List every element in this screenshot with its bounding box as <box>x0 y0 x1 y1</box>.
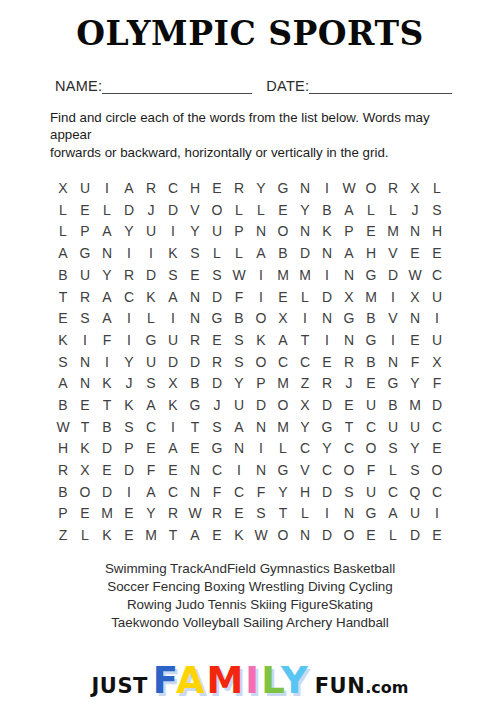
grid-cell[interactable]: D <box>206 372 228 394</box>
grid-cell[interactable]: E <box>228 503 250 525</box>
grid-cell[interactable]: V <box>294 459 316 481</box>
grid-cell[interactable]: E <box>162 459 184 481</box>
grid-cell[interactable]: I <box>228 459 250 481</box>
grid-cell[interactable]: E <box>74 503 96 525</box>
grid-cell[interactable]: W <box>228 264 250 286</box>
grid-cell[interactable]: I <box>316 329 338 351</box>
grid-cell[interactable]: N <box>74 372 96 394</box>
grid-cell[interactable]: A <box>96 286 118 308</box>
grid-cell[interactable]: L <box>228 199 250 221</box>
grid-cell[interactable]: P <box>74 221 96 243</box>
grid-cell[interactable]: N <box>184 459 206 481</box>
grid-cell[interactable]: A <box>184 524 206 546</box>
grid-cell[interactable]: C <box>294 351 316 373</box>
grid-cell[interactable]: N <box>294 221 316 243</box>
grid-cell[interactable]: P <box>338 221 360 243</box>
grid-cell[interactable]: I <box>118 481 140 503</box>
grid-cell[interactable]: W <box>250 524 272 546</box>
grid-cell[interactable]: D <box>250 394 272 416</box>
grid-cell[interactable]: J <box>338 372 360 394</box>
grid-cell[interactable]: I <box>118 242 140 264</box>
grid-cell[interactable]: N <box>74 351 96 373</box>
grid-cell[interactable]: U <box>404 416 426 438</box>
grid-cell[interactable]: J <box>140 199 162 221</box>
grid-cell[interactable]: U <box>360 394 382 416</box>
grid-cell[interactable]: G <box>272 459 294 481</box>
grid-cell[interactable]: M <box>96 503 118 525</box>
grid-cell[interactable]: D <box>96 437 118 459</box>
grid-cell[interactable]: L <box>294 286 316 308</box>
grid-cell[interactable]: F <box>206 481 228 503</box>
grid-cell[interactable]: R <box>382 177 404 199</box>
grid-cell[interactable]: Y <box>118 221 140 243</box>
grid-cell[interactable]: C <box>162 481 184 503</box>
grid-cell[interactable]: D <box>426 394 448 416</box>
grid-cell[interactable]: E <box>426 524 448 546</box>
grid-cell[interactable]: Y <box>404 372 426 394</box>
grid-cell[interactable]: I <box>382 329 404 351</box>
grid-cell[interactable]: Y <box>250 177 272 199</box>
grid-cell[interactable]: I <box>294 307 316 329</box>
grid-cell[interactable]: R <box>228 177 250 199</box>
grid-cell[interactable]: D <box>162 351 184 373</box>
grid-cell[interactable]: I <box>316 503 338 525</box>
grid-cell[interactable]: U <box>426 286 448 308</box>
grid-cell[interactable]: E <box>140 437 162 459</box>
grid-cell[interactable]: E <box>404 329 426 351</box>
grid-cell[interactable]: F <box>96 329 118 351</box>
grid-cell[interactable]: A <box>96 221 118 243</box>
grid-cell[interactable]: C <box>140 416 162 438</box>
grid-cell[interactable]: X <box>404 177 426 199</box>
grid-cell[interactable]: N <box>338 329 360 351</box>
grid-cell[interactable]: G <box>184 394 206 416</box>
grid-cell[interactable]: C <box>360 416 382 438</box>
grid-cell[interactable]: M <box>404 394 426 416</box>
grid-cell[interactable]: T <box>74 416 96 438</box>
grid-cell[interactable]: X <box>272 307 294 329</box>
grid-cell[interactable]: I <box>250 286 272 308</box>
grid-cell[interactable]: S <box>74 307 96 329</box>
grid-cell[interactable]: L <box>360 199 382 221</box>
grid-cell[interactable]: L <box>294 503 316 525</box>
grid-cell[interactable]: C <box>316 459 338 481</box>
grid-cell[interactable]: K <box>96 524 118 546</box>
grid-cell[interactable]: N <box>316 307 338 329</box>
grid-cell[interactable]: I <box>118 307 140 329</box>
grid-cell[interactable]: O <box>360 437 382 459</box>
grid-cell[interactable]: E <box>206 329 228 351</box>
grid-cell[interactable]: A <box>52 372 74 394</box>
grid-cell[interactable]: U <box>206 221 228 243</box>
grid-cell[interactable]: D <box>316 524 338 546</box>
grid-cell[interactable]: S <box>382 437 404 459</box>
grid-cell[interactable]: Y <box>272 481 294 503</box>
grid-cell[interactable]: I <box>382 286 404 308</box>
grid-cell[interactable]: D <box>316 286 338 308</box>
grid-cell[interactable]: U <box>140 221 162 243</box>
grid-cell[interactable]: O <box>360 177 382 199</box>
grid-cell[interactable]: A <box>162 437 184 459</box>
grid-cell[interactable]: U <box>74 264 96 286</box>
grid-cell[interactable]: B <box>360 307 382 329</box>
grid-cell[interactable]: I <box>140 242 162 264</box>
grid-cell[interactable]: D <box>96 481 118 503</box>
grid-cell[interactable]: D <box>316 394 338 416</box>
grid-cell[interactable]: S <box>118 416 140 438</box>
grid-cell[interactable]: K <box>250 329 272 351</box>
grid-cell[interactable]: E <box>118 524 140 546</box>
grid-cell[interactable]: B <box>96 416 118 438</box>
grid-cell[interactable]: U <box>382 416 404 438</box>
grid-cell[interactable]: D <box>184 351 206 373</box>
grid-cell[interactable]: W <box>184 503 206 525</box>
grid-cell[interactable]: C <box>426 481 448 503</box>
grid-cell[interactable]: N <box>404 307 426 329</box>
grid-cell[interactable]: G <box>272 177 294 199</box>
grid-cell[interactable]: Z <box>52 524 74 546</box>
grid-cell[interactable]: A <box>338 242 360 264</box>
grid-cell[interactable]: K <box>140 286 162 308</box>
grid-cell[interactable]: N <box>294 177 316 199</box>
grid-cell[interactable]: V <box>382 242 404 264</box>
grid-cell[interactable]: R <box>118 264 140 286</box>
grid-cell[interactable]: W <box>338 177 360 199</box>
grid-cell[interactable]: I <box>96 177 118 199</box>
grid-cell[interactable]: K <box>74 437 96 459</box>
grid-cell[interactable]: E <box>74 199 96 221</box>
grid-cell[interactable]: J <box>404 199 426 221</box>
grid-cell[interactable]: J <box>206 394 228 416</box>
grid-cell[interactable]: F <box>404 351 426 373</box>
grid-cell[interactable]: Y <box>184 221 206 243</box>
grid-cell[interactable]: B <box>316 199 338 221</box>
grid-cell[interactable]: I <box>250 437 272 459</box>
grid-cell[interactable]: E <box>184 264 206 286</box>
grid-cell[interactable]: E <box>360 372 382 394</box>
grid-cell[interactable]: N <box>338 503 360 525</box>
grid-cell[interactable]: W <box>404 264 426 286</box>
grid-cell[interactable]: C <box>228 481 250 503</box>
grid-cell[interactable]: N <box>228 437 250 459</box>
grid-cell[interactable]: A <box>338 199 360 221</box>
grid-cell[interactable]: P <box>118 437 140 459</box>
grid-cell[interactable]: N <box>250 416 272 438</box>
grid-cell[interactable]: L <box>382 199 404 221</box>
grid-cell[interactable]: X <box>74 459 96 481</box>
grid-cell[interactable]: Y <box>316 437 338 459</box>
grid-cell[interactable]: R <box>52 459 74 481</box>
grid-cell[interactable]: L <box>382 459 404 481</box>
grid-cell[interactable]: S <box>404 459 426 481</box>
grid-cell[interactable]: X <box>338 286 360 308</box>
grid-cell[interactable]: M <box>382 221 404 243</box>
grid-cell[interactable]: N <box>382 351 404 373</box>
grid-cell[interactable]: N <box>96 242 118 264</box>
grid-cell[interactable]: B <box>272 242 294 264</box>
grid-cell[interactable]: I <box>118 329 140 351</box>
grid-cell[interactable]: E <box>360 221 382 243</box>
grid-cell[interactable]: N <box>294 524 316 546</box>
grid-cell[interactable]: G <box>360 264 382 286</box>
grid-cell[interactable]: C <box>426 264 448 286</box>
grid-cell[interactable]: U <box>404 503 426 525</box>
grid-cell[interactable]: P <box>250 372 272 394</box>
grid-cell[interactable]: X <box>294 394 316 416</box>
grid-cell[interactable]: N <box>250 221 272 243</box>
grid-cell[interactable]: G <box>382 372 404 394</box>
grid-cell[interactable]: E <box>206 524 228 546</box>
grid-cell[interactable]: H <box>184 177 206 199</box>
grid-cell[interactable]: U <box>74 177 96 199</box>
grid-cell[interactable]: D <box>316 481 338 503</box>
grid-cell[interactable]: X <box>404 286 426 308</box>
grid-cell[interactable]: H <box>426 221 448 243</box>
grid-cell[interactable]: T <box>96 394 118 416</box>
grid-cell[interactable]: R <box>140 177 162 199</box>
grid-cell[interactable]: G <box>360 329 382 351</box>
grid-cell[interactable]: V <box>382 307 404 329</box>
grid-cell[interactable]: E <box>426 437 448 459</box>
grid-cell[interactable]: F <box>250 481 272 503</box>
grid-cell[interactable]: E <box>272 199 294 221</box>
grid-cell[interactable]: I <box>426 503 448 525</box>
grid-cell[interactable]: P <box>228 221 250 243</box>
grid-cell[interactable]: W <box>52 416 74 438</box>
grid-cell[interactable]: O <box>272 394 294 416</box>
grid-cell[interactable]: G <box>360 503 382 525</box>
grid-cell[interactable]: O <box>338 459 360 481</box>
grid-cell[interactable]: S <box>250 503 272 525</box>
grid-cell[interactable]: H <box>52 437 74 459</box>
grid-cell[interactable]: D <box>404 524 426 546</box>
grid-cell[interactable]: Q <box>404 481 426 503</box>
grid-cell[interactable]: D <box>382 264 404 286</box>
grid-cell[interactable]: E <box>272 286 294 308</box>
grid-cell[interactable]: E <box>74 394 96 416</box>
grid-cell[interactable]: L <box>74 524 96 546</box>
grid-cell[interactable]: O <box>250 307 272 329</box>
grid-cell[interactable]: E <box>96 459 118 481</box>
grid-cell[interactable]: H <box>360 242 382 264</box>
grid-cell[interactable]: E <box>118 503 140 525</box>
grid-cell[interactable]: G <box>74 242 96 264</box>
grid-cell[interactable]: N <box>338 264 360 286</box>
grid-cell[interactable]: E <box>404 242 426 264</box>
grid-cell[interactable]: U <box>162 329 184 351</box>
grid-cell[interactable]: M <box>272 372 294 394</box>
grid-cell[interactable]: M <box>360 286 382 308</box>
grid-cell[interactable]: S <box>140 372 162 394</box>
grid-cell[interactable]: B <box>360 351 382 373</box>
grid-cell[interactable]: M <box>272 264 294 286</box>
grid-cell[interactable]: I <box>74 329 96 351</box>
grid-cell[interactable]: X <box>162 372 184 394</box>
grid-cell[interactable]: A <box>52 242 74 264</box>
grid-cell[interactable]: K <box>316 221 338 243</box>
grid-cell[interactable]: M <box>140 524 162 546</box>
grid-cell[interactable]: G <box>140 329 162 351</box>
grid-cell[interactable]: O <box>74 481 96 503</box>
grid-cell[interactable]: B <box>52 394 74 416</box>
grid-cell[interactable]: C <box>118 286 140 308</box>
grid-cell[interactable]: F <box>360 459 382 481</box>
grid-cell[interactable]: G <box>206 307 228 329</box>
grid-cell[interactable]: I <box>96 351 118 373</box>
grid-cell[interactable]: D <box>118 459 140 481</box>
grid-cell[interactable]: I <box>162 416 184 438</box>
grid-cell[interactable]: T <box>184 416 206 438</box>
grid-cell[interactable]: R <box>338 351 360 373</box>
grid-cell[interactable]: Y <box>96 264 118 286</box>
grid-cell[interactable]: K <box>162 394 184 416</box>
grid-cell[interactable]: H <box>294 481 316 503</box>
grid-cell[interactable]: R <box>316 372 338 394</box>
grid-cell[interactable]: C <box>272 351 294 373</box>
grid-cell[interactable]: R <box>184 329 206 351</box>
grid-cell[interactable]: R <box>162 503 184 525</box>
grid-cell[interactable]: X <box>52 177 74 199</box>
grid-cell[interactable]: K <box>118 394 140 416</box>
grid-cell[interactable]: G <box>338 307 360 329</box>
grid-cell[interactable]: B <box>382 394 404 416</box>
grid-cell[interactable]: F <box>426 372 448 394</box>
grid-cell[interactable]: I <box>316 264 338 286</box>
grid-cell[interactable]: L <box>52 221 74 243</box>
grid-cell[interactable]: S <box>206 264 228 286</box>
grid-cell[interactable]: Y <box>228 372 250 394</box>
grid-cell[interactable]: S <box>228 329 250 351</box>
grid-cell[interactable]: E <box>206 177 228 199</box>
grid-cell[interactable]: C <box>294 437 316 459</box>
grid-cell[interactable]: R <box>206 351 228 373</box>
grid-cell[interactable]: F <box>228 286 250 308</box>
grid-cell[interactable]: K <box>162 242 184 264</box>
grid-cell[interactable]: N <box>316 242 338 264</box>
grid-cell[interactable]: A <box>250 242 272 264</box>
grid-cell[interactable]: E <box>52 307 74 329</box>
grid-cell[interactable]: O <box>272 524 294 546</box>
grid-cell[interactable]: L <box>140 307 162 329</box>
grid-cell[interactable]: U <box>426 329 448 351</box>
grid-cell[interactable]: R <box>206 503 228 525</box>
grid-cell[interactable]: U <box>140 351 162 373</box>
grid-cell[interactable]: O <box>272 221 294 243</box>
grid-cell[interactable]: D <box>118 199 140 221</box>
grid-cell[interactable]: A <box>228 416 250 438</box>
grid-cell[interactable]: G <box>206 437 228 459</box>
grid-cell[interactable]: J <box>118 372 140 394</box>
grid-cell[interactable]: T <box>52 286 74 308</box>
grid-cell[interactable]: I <box>162 221 184 243</box>
grid-cell[interactable]: M <box>294 264 316 286</box>
grid-cell[interactable]: E <box>316 351 338 373</box>
grid-cell[interactable]: Y <box>294 416 316 438</box>
grid-cell[interactable]: N <box>404 221 426 243</box>
grid-cell[interactable]: B <box>52 264 74 286</box>
grid-cell[interactable]: E <box>360 524 382 546</box>
grid-cell[interactable]: N <box>184 286 206 308</box>
grid-cell[interactable]: D <box>162 199 184 221</box>
grid-cell[interactable]: T <box>294 329 316 351</box>
grid-cell[interactable]: C <box>382 481 404 503</box>
grid-cell[interactable]: U <box>360 481 382 503</box>
grid-cell[interactable]: S <box>52 351 74 373</box>
grid-cell[interactable]: A <box>382 503 404 525</box>
grid-cell[interactable]: L <box>250 199 272 221</box>
grid-cell[interactable]: S <box>184 242 206 264</box>
grid-cell[interactable]: N <box>184 307 206 329</box>
grid-cell[interactable]: L <box>52 199 74 221</box>
grid-cell[interactable]: K <box>228 524 250 546</box>
grid-cell[interactable]: S <box>162 264 184 286</box>
grid-cell[interactable]: A <box>140 394 162 416</box>
grid-cell[interactable]: Y <box>140 503 162 525</box>
grid-cell[interactable]: K <box>96 372 118 394</box>
grid-cell[interactable]: O <box>426 459 448 481</box>
grid-cell[interactable]: L <box>272 437 294 459</box>
grid-cell[interactable]: L <box>426 177 448 199</box>
grid-cell[interactable]: A <box>118 177 140 199</box>
grid-cell[interactable]: I <box>250 264 272 286</box>
grid-cell[interactable]: I <box>426 307 448 329</box>
grid-cell[interactable]: N <box>184 481 206 503</box>
grid-cell[interactable]: Y <box>118 351 140 373</box>
grid-cell[interactable]: V <box>184 199 206 221</box>
grid-cell[interactable]: D <box>140 264 162 286</box>
grid-cell[interactable]: D <box>206 286 228 308</box>
grid-cell[interactable]: I <box>162 307 184 329</box>
grid-cell[interactable]: O <box>250 351 272 373</box>
grid-cell[interactable]: A <box>140 481 162 503</box>
grid-cell[interactable]: S <box>206 416 228 438</box>
grid-cell[interactable]: G <box>316 416 338 438</box>
grid-cell[interactable]: Y <box>294 199 316 221</box>
grid-cell[interactable]: O <box>338 524 360 546</box>
grid-cell[interactable]: D <box>294 242 316 264</box>
grid-cell[interactable]: T <box>162 524 184 546</box>
grid-cell[interactable]: C <box>338 437 360 459</box>
grid-cell[interactable]: N <box>250 459 272 481</box>
grid-cell[interactable]: M <box>272 416 294 438</box>
grid-cell[interactable]: E <box>426 242 448 264</box>
grid-cell[interactable]: K <box>52 329 74 351</box>
grid-cell[interactable]: L <box>382 524 404 546</box>
grid-cell[interactable]: L <box>96 199 118 221</box>
grid-cell[interactable]: E <box>184 437 206 459</box>
grid-cell[interactable]: Z <box>294 372 316 394</box>
grid-cell[interactable]: P <box>52 503 74 525</box>
grid-cell[interactable]: F <box>140 459 162 481</box>
grid-cell[interactable]: C <box>206 459 228 481</box>
grid-cell[interactable]: X <box>426 351 448 373</box>
grid-cell[interactable]: B <box>228 307 250 329</box>
grid-cell[interactable]: U <box>228 394 250 416</box>
grid-cell[interactable]: A <box>162 286 184 308</box>
grid-cell[interactable]: S <box>338 481 360 503</box>
grid-cell[interactable]: E <box>338 394 360 416</box>
grid-cell[interactable]: T <box>272 503 294 525</box>
grid-cell[interactable]: S <box>426 199 448 221</box>
grid-cell[interactable]: L <box>228 242 250 264</box>
grid-cell[interactable]: C <box>162 177 184 199</box>
grid-cell[interactable]: T <box>338 416 360 438</box>
grid-cell[interactable]: I <box>316 177 338 199</box>
grid-cell[interactable]: A <box>272 329 294 351</box>
grid-cell[interactable]: R <box>74 286 96 308</box>
grid-cell[interactable]: B <box>52 481 74 503</box>
grid-cell[interactable]: S <box>228 351 250 373</box>
